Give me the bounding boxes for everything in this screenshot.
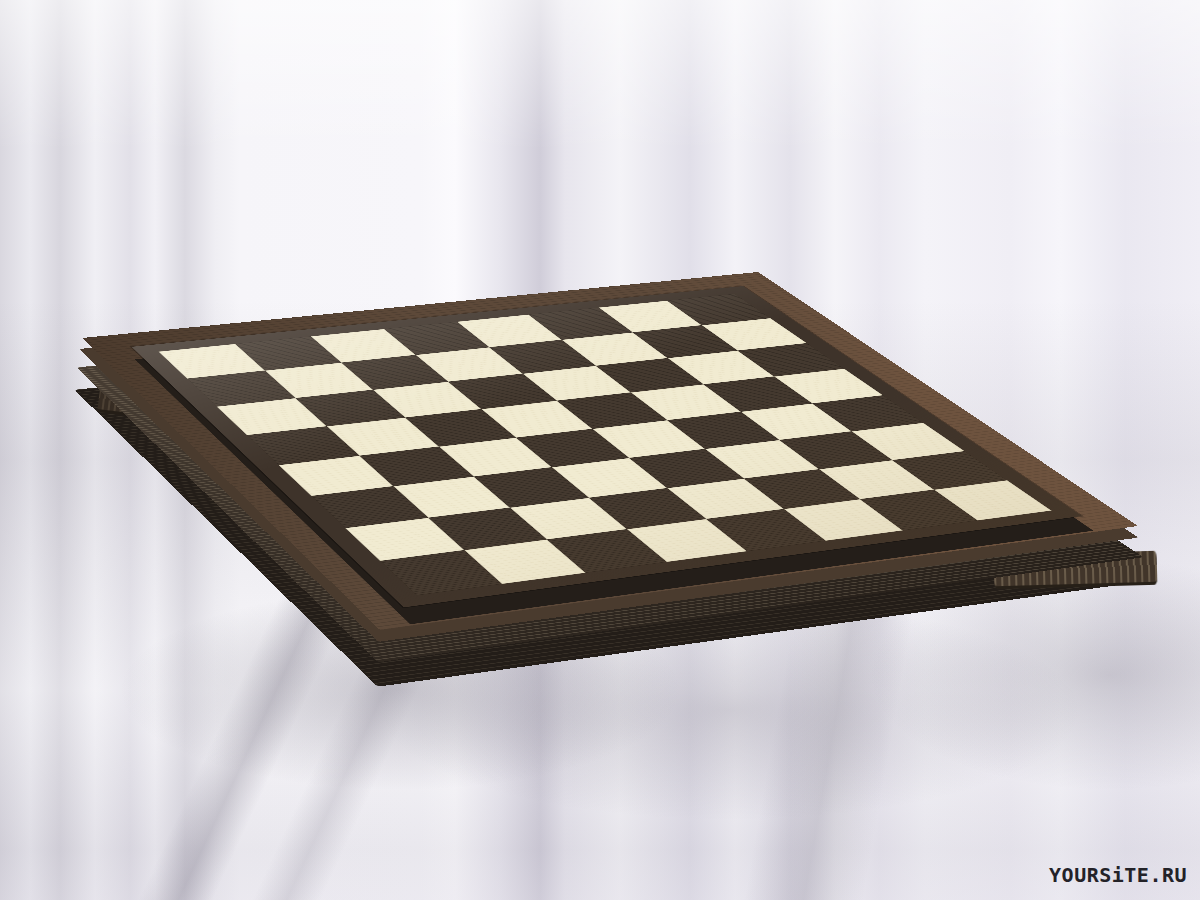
square-e6: [523, 366, 631, 401]
square-b6: [295, 390, 405, 427]
square-c1: [547, 529, 667, 573]
square-f2: [744, 469, 860, 509]
square-h3: [852, 423, 965, 460]
square-a8: [158, 344, 264, 379]
square-f7: [561, 332, 667, 365]
square-e4: [592, 420, 704, 458]
square-g1: [860, 490, 978, 531]
square-b3: [393, 477, 509, 518]
square-e2: [667, 478, 784, 519]
square-d7: [416, 347, 523, 381]
square-e8: [457, 315, 561, 348]
square-f8: [528, 308, 632, 340]
square-f5: [631, 384, 741, 420]
square-d8: [384, 322, 489, 355]
square-h8: [667, 294, 770, 325]
square-d4: [516, 429, 629, 467]
square-b4: [359, 447, 473, 487]
product-photo: YOURSiTE.RU: [0, 0, 1200, 900]
square-c3: [473, 467, 589, 507]
square-h6: [738, 343, 845, 377]
square-e5: [557, 393, 667, 429]
square-c6: [372, 382, 481, 418]
square-d5: [482, 401, 593, 438]
square-f3: [705, 440, 819, 478]
square-g4: [740, 403, 851, 440]
square-a1: [380, 550, 502, 595]
square-g6: [667, 350, 774, 384]
square-a5: [247, 426, 359, 465]
square-a4: [279, 456, 394, 496]
square-c8: [310, 329, 415, 363]
square-e3: [629, 449, 744, 488]
square-b5: [327, 418, 439, 456]
square-h7: [702, 318, 807, 350]
square-f1: [784, 499, 903, 540]
square-h4: [812, 395, 923, 431]
square-a3: [311, 486, 428, 528]
watermark: YOURSiTE.RU: [1049, 863, 1187, 887]
square-d1: [627, 519, 747, 562]
square-f4: [667, 412, 779, 449]
square-h2: [892, 451, 1007, 490]
square-b1: [464, 540, 585, 584]
square-h5: [774, 369, 883, 404]
square-b2: [428, 508, 547, 551]
square-g7: [632, 325, 737, 358]
square-c7: [341, 355, 448, 390]
square-e7: [489, 340, 595, 374]
square-g5: [703, 377, 812, 412]
square-d3: [552, 458, 667, 498]
square-g2: [819, 460, 935, 499]
square-a6: [217, 398, 327, 435]
square-g3: [779, 431, 892, 469]
square-g8: [598, 301, 701, 333]
square-b7: [265, 363, 373, 398]
square-e1: [706, 509, 825, 551]
square-c2: [509, 498, 627, 540]
square-d6: [448, 374, 557, 410]
square-a2: [345, 518, 464, 561]
square-d2: [589, 488, 706, 529]
square-f6: [596, 358, 704, 393]
square-h1: [934, 480, 1051, 520]
square-c5: [405, 409, 516, 446]
square-a7: [187, 371, 295, 407]
square-c4: [439, 438, 552, 477]
square-b8: [235, 336, 341, 370]
